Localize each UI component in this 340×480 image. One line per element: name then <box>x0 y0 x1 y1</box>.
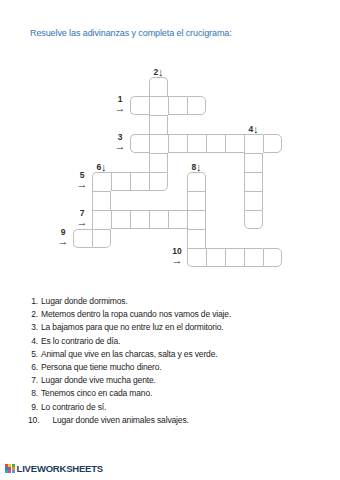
grid-cell-r9c6[interactable] <box>187 248 206 267</box>
clue-number: 2. <box>28 308 38 321</box>
down-arrow-icon: ↓ <box>196 161 202 173</box>
clue-text: Lugar donde viven animales salvajes. <box>52 414 188 427</box>
footer-logo: LIVEWORKSHEETS <box>5 463 103 474</box>
clue-number: 6. <box>28 361 38 374</box>
clue-item-9: 9.Lo contrario de sí. <box>28 401 231 414</box>
word-label-7-across: 7→ <box>74 209 90 226</box>
grid-cell-r7c4[interactable] <box>149 210 168 229</box>
clue-text: Persona que tiene mucho dinero. <box>41 361 162 374</box>
grid-cell-r8c1[interactable] <box>92 229 111 248</box>
clue-item-2: 2.Metemos dentro la ropa cuando nos vamo… <box>28 308 231 321</box>
word-label-9-across: 9→ <box>55 228 71 245</box>
page-title: Resuelve las adivinanzas y completa el c… <box>30 28 232 39</box>
grid-cell-r3c6[interactable] <box>187 134 206 153</box>
worksheet-page: Resuelve las adivinanzas y completa el c… <box>0 0 340 480</box>
right-arrow-icon: → <box>77 218 88 226</box>
grid-cell-r9c9[interactable] <box>244 248 263 267</box>
clue-text: Es lo contrario de día. <box>41 335 120 348</box>
logo-color-square <box>5 470 8 473</box>
word-label-1-across: 1→ <box>112 95 128 112</box>
logo-color-square <box>12 464 15 467</box>
grid-cell-r8c6[interactable] <box>187 229 206 248</box>
word-label-4-down: 4↓ <box>243 119 264 137</box>
grid-cell-r6c9[interactable] <box>244 191 263 210</box>
clue-text: Animal que vive en las charcas, salta y … <box>41 348 217 361</box>
grid-cell-r4c9[interactable] <box>244 153 263 172</box>
grid-cell-r1c3[interactable] <box>130 96 149 115</box>
word-label-2-down: 2↓ <box>148 62 169 80</box>
grid-cell-r7c5[interactable] <box>168 210 187 229</box>
down-arrow-icon: ↓ <box>158 66 164 78</box>
grid-cell-r7c6[interactable] <box>187 210 206 229</box>
grid-cell-r1c5[interactable] <box>168 96 187 115</box>
grid-cell-r7c3[interactable] <box>130 210 149 229</box>
logo-color-square <box>12 467 15 470</box>
word-label-6-down: 6↓ <box>91 157 112 175</box>
clue-number: 7. <box>28 374 38 387</box>
clue-number: 4. <box>28 335 38 348</box>
grid-cell-r7c1[interactable] <box>92 210 111 229</box>
grid-cell-r1c6[interactable] <box>187 96 206 115</box>
grid-cell-r7c2[interactable] <box>111 210 130 229</box>
grid-cell-r6c6[interactable] <box>187 191 206 210</box>
grid-cell-r5c9[interactable] <box>244 172 263 191</box>
word-label-3-across: 3→ <box>112 133 128 150</box>
clue-number: 5. <box>28 348 38 361</box>
right-arrow-icon: → <box>58 237 69 245</box>
clue-item-7: 7.Lugar donde vive mucha gente. <box>28 374 231 387</box>
clue-item-5: 5.Animal que vive en las charcas, salta … <box>28 348 231 361</box>
clue-list: 1.Lugar donde dormimos.2.Metemos dentro … <box>28 295 231 427</box>
right-arrow-icon: → <box>77 180 88 188</box>
grid-cell-r5c2[interactable] <box>111 172 130 191</box>
logo-color-square <box>8 464 11 467</box>
word-label-10-across: 10→ <box>169 247 185 264</box>
grid-cell-r3c8[interactable] <box>225 134 244 153</box>
clue-text: Lugar donde vive mucha gente. <box>41 374 156 387</box>
word-label-8-down: 8↓ <box>186 157 207 175</box>
logo-color-square <box>5 464 8 467</box>
clue-text: Lo contrario de sí. <box>41 401 106 414</box>
clue-text: La bajamos para que no entre luz en el d… <box>41 321 223 334</box>
grid-cell-r3c3[interactable] <box>130 134 149 153</box>
clue-number: 10. <box>28 414 39 427</box>
liveworksheets-logo-icon <box>5 464 15 474</box>
word-label-5-across: 5→ <box>74 171 90 188</box>
grid-cell-r1c4[interactable] <box>149 96 168 115</box>
logo-color-square <box>8 470 11 473</box>
clue-item-10: 10.Lugar donde viven animales salvajes. <box>28 414 231 427</box>
clue-text: Metemos dentro la ropa cuando nos vamos … <box>41 308 231 321</box>
grid-cell-r7c9[interactable] <box>244 210 263 229</box>
grid-cell-r9c7[interactable] <box>206 248 225 267</box>
down-arrow-icon: ↓ <box>253 123 259 135</box>
right-arrow-icon: → <box>115 142 126 150</box>
clue-text: Tenemos cinco en cada mano. <box>41 387 152 400</box>
clue-number: 3. <box>28 321 38 334</box>
clue-number: 1. <box>28 295 38 308</box>
grid-cell-r3c4[interactable] <box>149 134 168 153</box>
logo-color-square <box>12 470 15 473</box>
clue-text: Lugar donde dormimos. <box>41 295 128 308</box>
grid-cell-r9c10[interactable] <box>263 248 282 267</box>
liveworksheets-logo-text: LIVEWORKSHEETS <box>17 463 103 474</box>
grid-cell-r5c4[interactable] <box>149 172 168 191</box>
grid-cell-r9c8[interactable] <box>225 248 244 267</box>
logo-color-square <box>8 467 11 470</box>
crossword-grid: 1→2↓3→4↓5→6↓7→8↓9→10→ <box>73 77 283 268</box>
grid-cell-r3c10[interactable] <box>263 134 282 153</box>
grid-cell-r6c1[interactable] <box>92 191 111 210</box>
clue-item-8: 8.Tenemos cinco en cada mano. <box>28 387 231 400</box>
clue-item-6: 6.Persona que tiene mucho dinero. <box>28 361 231 374</box>
grid-cell-r8c0[interactable] <box>73 229 92 248</box>
clue-item-3: 3.La bajamos para que no entre luz en el… <box>28 321 231 334</box>
clue-item-1: 1.Lugar donde dormimos. <box>28 295 231 308</box>
right-arrow-icon: → <box>172 256 183 264</box>
clue-item-4: 4.Es lo contrario de día. <box>28 335 231 348</box>
right-arrow-icon: → <box>115 104 126 112</box>
logo-color-square <box>5 467 8 470</box>
grid-cell-r3c5[interactable] <box>168 134 187 153</box>
clue-number: 8. <box>28 387 38 400</box>
down-arrow-icon: ↓ <box>101 161 107 173</box>
grid-cell-r3c7[interactable] <box>206 134 225 153</box>
grid-cell-r4c4[interactable] <box>149 153 168 172</box>
grid-cell-r5c3[interactable] <box>130 172 149 191</box>
clue-number: 9. <box>28 401 38 414</box>
grid-cell-r2c4[interactable] <box>149 115 168 134</box>
